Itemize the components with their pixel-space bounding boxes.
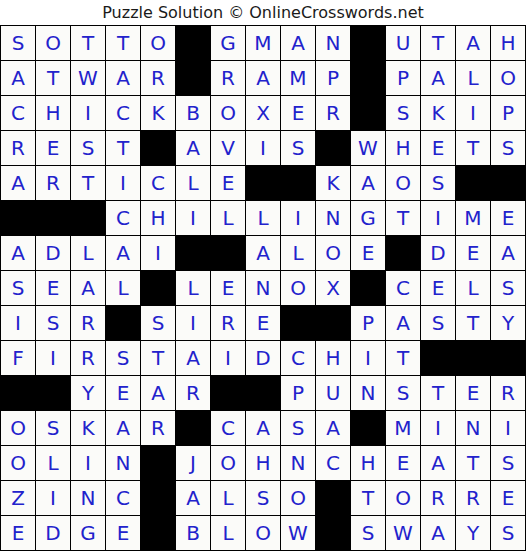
letter-cell-r5c13: S [421, 166, 455, 200]
letter-cell-r2c1: A [1, 61, 35, 95]
letter-cell-r7c13: D [421, 236, 455, 270]
letter-cell-r3c8: X [246, 96, 280, 130]
letter-cell-r8c15: S [491, 271, 525, 305]
letter-cell-r3c15: P [491, 96, 525, 130]
block-cell-r14c10 [316, 481, 350, 515]
letter-cell-r7c4: A [106, 236, 140, 270]
letter-cell-r12c8: A [246, 411, 280, 445]
letter-cell-r1c10: N [316, 26, 350, 60]
letter-cell-r13c9: N [281, 446, 315, 480]
letter-cell-r10c11: I [351, 341, 385, 375]
letter-cell-r13c12: E [386, 446, 420, 480]
letter-cell-r9c7: R [211, 306, 245, 340]
letter-cell-r12c9: S [281, 411, 315, 445]
letter-cell-r14c4: C [106, 481, 140, 515]
letter-cell-r3c13: K [421, 96, 455, 130]
letter-cell-r14c1: Z [1, 481, 35, 515]
letter-cell-r7c14: E [456, 236, 490, 270]
letter-cell-r14c11: T [351, 481, 385, 515]
block-cell-r15c5 [141, 516, 175, 550]
letter-cell-r6c6: I [176, 201, 210, 235]
letter-cell-r10c9: C [281, 341, 315, 375]
letter-cell-r13c7: O [211, 446, 245, 480]
letter-cell-r5c4: I [106, 166, 140, 200]
letter-cell-r6c5: H [141, 201, 175, 235]
letter-cell-r3c4: C [106, 96, 140, 130]
letter-cell-r13c1: O [1, 446, 35, 480]
letter-cell-r5c3: T [71, 166, 105, 200]
letter-cell-r15c4: E [106, 516, 140, 550]
title-bar: Puzzle Solution © OnlineCrosswords.net [0, 0, 526, 25]
letter-cell-r2c9: M [281, 61, 315, 95]
letter-cell-r2c4: A [106, 61, 140, 95]
letter-cell-r8c12: C [386, 271, 420, 305]
letter-cell-r8c6: L [176, 271, 210, 305]
letter-cell-r9c3: R [71, 306, 105, 340]
letter-cell-r14c12: O [386, 481, 420, 515]
letter-cell-r3c5: K [141, 96, 175, 130]
letter-cell-r10c4: S [106, 341, 140, 375]
letter-cell-r2c2: T [36, 61, 70, 95]
letter-cell-r14c6: A [176, 481, 210, 515]
letter-cell-r6c7: L [211, 201, 245, 235]
crossword-grid: SOTTOGMANUTAHATWARRAMPPALOCHICKBOXERSKIP… [0, 25, 526, 551]
letter-cell-r4c4: T [106, 131, 140, 165]
block-cell-r14c5 [141, 481, 175, 515]
letter-cell-r3c14: I [456, 96, 490, 130]
letter-cell-r7c5: I [141, 236, 175, 270]
letter-cell-r3c12: S [386, 96, 420, 130]
letter-cell-r12c5: R [141, 411, 175, 445]
letter-cell-r10c3: R [71, 341, 105, 375]
block-cell-r7c6 [176, 236, 210, 270]
letter-cell-r11c5: A [141, 376, 175, 410]
block-cell-r2c11 [351, 61, 385, 95]
letter-cell-r15c13: A [421, 516, 455, 550]
letter-cell-r13c11: H [351, 446, 385, 480]
letter-cell-r2c8: A [246, 61, 280, 95]
letter-cell-r8c9: O [281, 271, 315, 305]
letter-cell-r3c10: R [316, 96, 350, 130]
block-cell-r10c14 [456, 341, 490, 375]
letter-cell-r5c7: E [211, 166, 245, 200]
block-cell-r1c11 [351, 26, 385, 60]
block-cell-r10c13 [421, 341, 455, 375]
letter-cell-r7c15: A [491, 236, 525, 270]
letter-cell-r10c12: T [386, 341, 420, 375]
letter-cell-r3c9: E [281, 96, 315, 130]
letter-cell-r4c7: V [211, 131, 245, 165]
letter-cell-r10c1: F [1, 341, 35, 375]
letter-cell-r9c13: S [421, 306, 455, 340]
letter-cell-r12c2: S [36, 411, 70, 445]
letter-cell-r11c14: E [456, 376, 490, 410]
letter-cell-r15c7: L [211, 516, 245, 550]
block-cell-r5c14 [456, 166, 490, 200]
letter-cell-r1c1: S [1, 26, 35, 60]
block-cell-r7c7 [211, 236, 245, 270]
letter-cell-r15c11: S [351, 516, 385, 550]
letter-cell-r13c10: C [316, 446, 350, 480]
letter-cell-r5c5: C [141, 166, 175, 200]
block-cell-r3c11 [351, 96, 385, 130]
letter-cell-r13c14: T [456, 446, 490, 480]
letter-cell-r4c2: E [36, 131, 70, 165]
letter-cell-r5c2: R [36, 166, 70, 200]
letter-cell-r1c9: A [281, 26, 315, 60]
letter-cell-r7c3: L [71, 236, 105, 270]
letter-cell-r7c1: A [1, 236, 35, 270]
letter-cell-r7c9: L [281, 236, 315, 270]
letter-cell-r3c3: I [71, 96, 105, 130]
letter-cell-r6c11: G [351, 201, 385, 235]
letter-cell-r7c8: A [246, 236, 280, 270]
letter-cell-r2c12: P [386, 61, 420, 95]
letter-cell-r15c6: B [176, 516, 210, 550]
letter-cell-r11c4: E [106, 376, 140, 410]
letter-cell-r1c13: T [421, 26, 455, 60]
letter-cell-r14c7: L [211, 481, 245, 515]
letter-cell-r5c10: K [316, 166, 350, 200]
letter-cell-r4c14: T [456, 131, 490, 165]
letter-cell-r13c13: A [421, 446, 455, 480]
letter-cell-r11c11: N [351, 376, 385, 410]
block-cell-r11c7 [211, 376, 245, 410]
block-cell-r11c1 [1, 376, 35, 410]
letter-cell-r4c9: S [281, 131, 315, 165]
letter-cell-r14c3: N [71, 481, 105, 515]
letter-cell-r11c9: P [281, 376, 315, 410]
letter-cell-r6c10: N [316, 201, 350, 235]
letter-cell-r6c9: I [281, 201, 315, 235]
letter-cell-r10c2: I [36, 341, 70, 375]
block-cell-r11c8 [246, 376, 280, 410]
block-cell-r10c15 [491, 341, 525, 375]
letter-cell-r3c2: H [36, 96, 70, 130]
letter-cell-r14c15: E [491, 481, 525, 515]
puzzle-page: Puzzle Solution © OnlineCrosswords.net S… [0, 0, 526, 551]
letter-cell-r14c14: R [456, 481, 490, 515]
letter-cell-r6c14: M [456, 201, 490, 235]
letter-cell-r6c13: I [421, 201, 455, 235]
letter-cell-r12c10: A [316, 411, 350, 445]
letter-cell-r9c2: S [36, 306, 70, 340]
letter-cell-r10c7: I [211, 341, 245, 375]
block-cell-r5c15 [491, 166, 525, 200]
block-cell-r12c6 [176, 411, 210, 445]
letter-cell-r6c4: C [106, 201, 140, 235]
block-cell-r6c2 [36, 201, 70, 235]
block-cell-r6c1 [1, 201, 35, 235]
letter-cell-r5c1: A [1, 166, 35, 200]
letter-cell-r15c15: S [491, 516, 525, 550]
block-cell-r7c12 [386, 236, 420, 270]
block-cell-r6c3 [71, 201, 105, 235]
letter-cell-r10c10: H [316, 341, 350, 375]
block-cell-r8c11 [351, 271, 385, 305]
letter-cell-r11c15: R [491, 376, 525, 410]
letter-cell-r1c3: T [71, 26, 105, 60]
letter-cell-r1c2: O [36, 26, 70, 60]
letter-cell-r2c10: P [316, 61, 350, 95]
letter-cell-r1c5: O [141, 26, 175, 60]
letter-cell-r15c8: O [246, 516, 280, 550]
letter-cell-r8c4: L [106, 271, 140, 305]
letter-cell-r12c15: I [491, 411, 525, 445]
letter-cell-r2c13: A [421, 61, 455, 95]
letter-cell-r9c6: I [176, 306, 210, 340]
letter-cell-r4c3: S [71, 131, 105, 165]
letter-cell-r7c11: E [351, 236, 385, 270]
letter-cell-r4c8: I [246, 131, 280, 165]
letter-cell-r2c14: L [456, 61, 490, 95]
letter-cell-r11c3: Y [71, 376, 105, 410]
block-cell-r9c10 [316, 306, 350, 340]
letter-cell-r14c9: O [281, 481, 315, 515]
letter-cell-r8c10: X [316, 271, 350, 305]
letter-cell-r9c12: A [386, 306, 420, 340]
letter-cell-r10c5: T [141, 341, 175, 375]
block-cell-r4c10 [316, 131, 350, 165]
letter-cell-r12c3: K [71, 411, 105, 445]
letter-cell-r5c12: O [386, 166, 420, 200]
block-cell-r9c9 [281, 306, 315, 340]
letter-cell-r4c12: H [386, 131, 420, 165]
letter-cell-r9c15: Y [491, 306, 525, 340]
letter-cell-r1c15: H [491, 26, 525, 60]
letter-cell-r3c1: C [1, 96, 35, 130]
letter-cell-r14c13: R [421, 481, 455, 515]
letter-cell-r9c11: P [351, 306, 385, 340]
letter-cell-r11c13: T [421, 376, 455, 410]
letter-cell-r11c12: S [386, 376, 420, 410]
letter-cell-r12c4: A [106, 411, 140, 445]
letter-cell-r9c14: T [456, 306, 490, 340]
letter-cell-r12c7: C [211, 411, 245, 445]
letter-cell-r13c2: L [36, 446, 70, 480]
letter-cell-r2c15: O [491, 61, 525, 95]
letter-cell-r13c8: H [246, 446, 280, 480]
letter-cell-r1c4: T [106, 26, 140, 60]
letter-cell-r13c15: S [491, 446, 525, 480]
block-cell-r15c10 [316, 516, 350, 550]
letter-cell-r8c2: E [36, 271, 70, 305]
letter-cell-r15c3: G [71, 516, 105, 550]
letter-cell-r10c6: A [176, 341, 210, 375]
letter-cell-r4c15: S [491, 131, 525, 165]
letter-cell-r11c6: R [176, 376, 210, 410]
letter-cell-r11c10: U [316, 376, 350, 410]
block-cell-r5c9 [281, 166, 315, 200]
letter-cell-r15c2: D [36, 516, 70, 550]
letter-cell-r12c1: O [1, 411, 35, 445]
block-cell-r11c2 [36, 376, 70, 410]
letter-cell-r5c6: L [176, 166, 210, 200]
letter-cell-r4c1: R [1, 131, 35, 165]
letter-cell-r5c11: A [351, 166, 385, 200]
letter-cell-r8c8: N [246, 271, 280, 305]
letter-cell-r7c2: D [36, 236, 70, 270]
letter-cell-r3c7: O [211, 96, 245, 130]
letter-cell-r8c3: A [71, 271, 105, 305]
letter-cell-r12c13: I [421, 411, 455, 445]
letter-cell-r13c3: I [71, 446, 105, 480]
block-cell-r5c8 [246, 166, 280, 200]
letter-cell-r9c1: I [1, 306, 35, 340]
block-cell-r12c11 [351, 411, 385, 445]
letter-cell-r9c8: E [246, 306, 280, 340]
letter-cell-r13c4: N [106, 446, 140, 480]
letter-cell-r4c13: E [421, 131, 455, 165]
letter-cell-r14c8: S [246, 481, 280, 515]
letter-cell-r6c12: T [386, 201, 420, 235]
block-cell-r1c6 [176, 26, 210, 60]
letter-cell-r1c12: U [386, 26, 420, 60]
letter-cell-r2c5: R [141, 61, 175, 95]
letter-cell-r12c14: N [456, 411, 490, 445]
letter-cell-r13c6: J [176, 446, 210, 480]
letter-cell-r8c1: S [1, 271, 35, 305]
letter-cell-r8c7: E [211, 271, 245, 305]
letter-cell-r3c6: B [176, 96, 210, 130]
block-cell-r4c5 [141, 131, 175, 165]
letter-cell-r1c14: A [456, 26, 490, 60]
letter-cell-r1c7: G [211, 26, 245, 60]
block-cell-r9c4 [106, 306, 140, 340]
letter-cell-r7c10: O [316, 236, 350, 270]
letter-cell-r12c12: M [386, 411, 420, 445]
letter-cell-r14c2: I [36, 481, 70, 515]
letter-cell-r15c14: Y [456, 516, 490, 550]
block-cell-r13c5 [141, 446, 175, 480]
letter-cell-r2c7: R [211, 61, 245, 95]
block-cell-r2c6 [176, 61, 210, 95]
block-cell-r8c5 [141, 271, 175, 305]
letter-cell-r6c15: E [491, 201, 525, 235]
letter-cell-r1c8: M [246, 26, 280, 60]
letter-cell-r9c5: S [141, 306, 175, 340]
letter-cell-r10c8: D [246, 341, 280, 375]
letter-cell-r15c1: E [1, 516, 35, 550]
letter-cell-r2c3: W [71, 61, 105, 95]
letter-cell-r4c6: A [176, 131, 210, 165]
page-title: Puzzle Solution © OnlineCrosswords.net [102, 3, 424, 22]
letter-cell-r6c8: L [246, 201, 280, 235]
letter-cell-r15c9: W [281, 516, 315, 550]
letter-cell-r15c12: W [386, 516, 420, 550]
letter-cell-r8c14: L [456, 271, 490, 305]
letter-cell-r4c11: W [351, 131, 385, 165]
letter-cell-r8c13: E [421, 271, 455, 305]
